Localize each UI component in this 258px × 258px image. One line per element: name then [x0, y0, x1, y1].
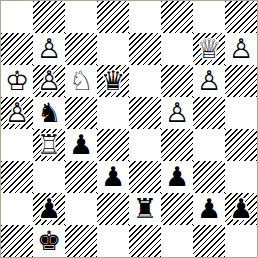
square-b2[interactable]: ♟♟ [33, 193, 65, 225]
square-d5[interactable] [97, 97, 129, 129]
square-h2[interactable]: ♟♟ [225, 193, 257, 225]
white-pawn-piece: ♙ [225, 33, 257, 65]
square-a3[interactable] [1, 161, 33, 193]
square-d3[interactable]: ♟♟ [97, 161, 129, 193]
black-pawn-piece: ♟ [65, 129, 97, 161]
square-c2[interactable] [65, 193, 97, 225]
black-pawn-halo: ♟ [65, 129, 97, 161]
square-g4[interactable] [193, 129, 225, 161]
black-king-piece: ♚ [33, 225, 65, 257]
square-f6[interactable] [161, 65, 193, 97]
square-h1[interactable] [225, 225, 257, 257]
black-pawn-halo: ♟ [193, 193, 225, 225]
square-e2[interactable]: ♜♜ [129, 193, 161, 225]
square-h5[interactable] [225, 97, 257, 129]
white-rook-halo: ♜ [33, 129, 65, 161]
square-f8[interactable] [161, 1, 193, 33]
chess-board: ♟♙♛♕♟♙♚♔♟♙♞♘♛♛♟♙♟♙♞♞♟♙♜♖♟♟♟♟♟♟♟♟♜♜♟♟♟♟♚♚ [0, 0, 258, 258]
square-e7[interactable] [129, 33, 161, 65]
square-e3[interactable] [129, 161, 161, 193]
square-h8[interactable] [225, 1, 257, 33]
white-king-halo: ♚ [1, 65, 33, 97]
square-c5[interactable] [65, 97, 97, 129]
square-f3[interactable]: ♟♟ [161, 161, 193, 193]
square-g5[interactable] [193, 97, 225, 129]
square-b6[interactable]: ♟♙ [33, 65, 65, 97]
square-a4[interactable] [1, 129, 33, 161]
square-d4[interactable] [97, 129, 129, 161]
square-f1[interactable] [161, 225, 193, 257]
black-pawn-halo: ♟ [161, 161, 193, 193]
square-h7[interactable]: ♟♙ [225, 33, 257, 65]
square-c6[interactable]: ♞♘ [65, 65, 97, 97]
square-g1[interactable] [193, 225, 225, 257]
white-pawn-piece: ♙ [161, 97, 193, 129]
square-b8[interactable] [33, 1, 65, 33]
white-rook-piece: ♖ [33, 129, 65, 161]
square-f2[interactable] [161, 193, 193, 225]
square-e6[interactable] [129, 65, 161, 97]
square-d8[interactable] [97, 1, 129, 33]
black-pawn-piece: ♟ [97, 161, 129, 193]
square-e8[interactable] [129, 1, 161, 33]
square-c8[interactable] [65, 1, 97, 33]
white-pawn-piece: ♙ [33, 33, 65, 65]
square-a2[interactable] [1, 193, 33, 225]
square-b5[interactable]: ♞♞ [33, 97, 65, 129]
square-c7[interactable] [65, 33, 97, 65]
white-knight-halo: ♞ [65, 65, 97, 97]
white-pawn-piece: ♙ [193, 65, 225, 97]
square-c4[interactable]: ♟♟ [65, 129, 97, 161]
square-c3[interactable] [65, 161, 97, 193]
white-pawn-halo: ♟ [33, 33, 65, 65]
square-e4[interactable] [129, 129, 161, 161]
square-e5[interactable] [129, 97, 161, 129]
black-rook-halo: ♜ [129, 193, 161, 225]
black-knight-piece: ♞ [33, 97, 65, 129]
square-d2[interactable] [97, 193, 129, 225]
black-pawn-piece: ♟ [225, 193, 257, 225]
white-pawn-piece: ♙ [1, 97, 33, 129]
white-pawn-halo: ♟ [193, 65, 225, 97]
black-pawn-halo: ♟ [97, 161, 129, 193]
white-queen-halo: ♛ [193, 33, 225, 65]
square-f7[interactable] [161, 33, 193, 65]
white-pawn-halo: ♟ [161, 97, 193, 129]
black-pawn-piece: ♟ [161, 161, 193, 193]
black-pawn-halo: ♟ [33, 193, 65, 225]
black-rook-piece: ♜ [129, 193, 161, 225]
black-pawn-halo: ♟ [225, 193, 257, 225]
square-h6[interactable] [225, 65, 257, 97]
black-queen-halo: ♛ [97, 65, 129, 97]
white-pawn-halo: ♟ [33, 65, 65, 97]
black-pawn-piece: ♟ [33, 193, 65, 225]
white-pawn-halo: ♟ [225, 33, 257, 65]
square-g7[interactable]: ♛♕ [193, 33, 225, 65]
white-knight-piece: ♘ [65, 65, 97, 97]
white-king-piece: ♔ [1, 65, 33, 97]
white-pawn-piece: ♙ [33, 65, 65, 97]
square-c1[interactable] [65, 225, 97, 257]
square-a1[interactable] [1, 225, 33, 257]
square-a5[interactable]: ♟♙ [1, 97, 33, 129]
square-a6[interactable]: ♚♔ [1, 65, 33, 97]
square-f4[interactable] [161, 129, 193, 161]
square-f5[interactable]: ♟♙ [161, 97, 193, 129]
square-g8[interactable] [193, 1, 225, 33]
square-d6[interactable]: ♛♛ [97, 65, 129, 97]
square-h3[interactable] [225, 161, 257, 193]
black-queen-piece: ♛ [97, 65, 129, 97]
square-h4[interactable] [225, 129, 257, 161]
white-queen-piece: ♕ [193, 33, 225, 65]
square-a7[interactable] [1, 33, 33, 65]
black-pawn-piece: ♟ [193, 193, 225, 225]
square-b3[interactable] [33, 161, 65, 193]
square-a8[interactable] [1, 1, 33, 33]
black-king-halo: ♚ [33, 225, 65, 257]
square-d1[interactable] [97, 225, 129, 257]
square-g3[interactable] [193, 161, 225, 193]
square-g6[interactable]: ♟♙ [193, 65, 225, 97]
chess-diagram: ♟♙♛♕♟♙♚♔♟♙♞♘♛♛♟♙♟♙♞♞♟♙♜♖♟♟♟♟♟♟♟♟♜♜♟♟♟♟♚♚ [0, 0, 258, 258]
black-knight-halo: ♞ [33, 97, 65, 129]
square-g2[interactable]: ♟♟ [193, 193, 225, 225]
white-pawn-halo: ♟ [1, 97, 33, 129]
square-d7[interactable] [97, 33, 129, 65]
square-b7[interactable]: ♟♙ [33, 33, 65, 65]
square-b1[interactable]: ♚♚ [33, 225, 65, 257]
square-b4[interactable]: ♜♖ [33, 129, 65, 161]
square-e1[interactable] [129, 225, 161, 257]
